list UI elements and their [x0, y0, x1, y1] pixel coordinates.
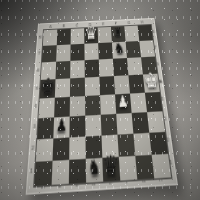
square-f1[interactable]	[119, 156, 137, 181]
square-d6[interactable]	[85, 59, 100, 77]
square-c2[interactable]	[69, 137, 86, 160]
square-e6[interactable]	[99, 59, 114, 77]
square-b5[interactable]	[55, 78, 70, 97]
square-d5[interactable]	[85, 77, 100, 96]
white-pawn-f4[interactable]: ♟	[117, 93, 129, 109]
square-a2[interactable]	[36, 138, 54, 161]
black-rook-f8[interactable]: ♜	[113, 26, 123, 38]
square-f7[interactable]: ♞	[112, 42, 127, 59]
square-h4[interactable]	[145, 92, 162, 112]
square-d1[interactable]: ♞	[86, 158, 103, 183]
rank-labels-left-4: 4	[34, 104, 37, 109]
rank-labels-left-6: 6	[37, 68, 40, 73]
black-queen-e1[interactable]: ♛	[102, 152, 120, 180]
square-d3[interactable]	[85, 115, 101, 137]
rank-labels-left-5: 5	[35, 86, 38, 91]
rank-labels-left-1: 1	[30, 168, 33, 175]
square-a7[interactable]	[42, 45, 57, 62]
square-h5[interactable]: ♚	[143, 74, 160, 93]
square-e3[interactable]	[101, 114, 118, 136]
square-a8[interactable]	[43, 30, 57, 46]
square-a4[interactable]	[38, 98, 54, 119]
black-pawn-b3[interactable]: ♟	[56, 116, 68, 133]
square-b3[interactable]: ♟	[53, 117, 69, 139]
square-e5[interactable]	[99, 76, 115, 95]
square-b1[interactable]	[52, 160, 70, 185]
square-e8[interactable]	[98, 27, 112, 43]
square-a5[interactable]: ♚	[40, 79, 56, 98]
square-d4[interactable]	[85, 95, 101, 115]
square-c3[interactable]	[69, 116, 85, 138]
square-c8[interactable]	[71, 28, 85, 44]
square-h8[interactable]	[138, 25, 153, 41]
square-a1[interactable]	[34, 161, 52, 186]
square-b7[interactable]	[56, 44, 70, 61]
rank-labels-left-3: 3	[33, 124, 36, 130]
square-b6[interactable]	[55, 61, 70, 79]
square-a3[interactable]	[37, 117, 54, 139]
white-king-h5[interactable]: ♚	[142, 70, 159, 91]
square-b8[interactable]	[57, 29, 71, 45]
rank-labels-left-7: 7	[38, 52, 41, 57]
black-knight-d1[interactable]: ♞	[88, 156, 102, 177]
square-h1[interactable]	[152, 154, 171, 179]
chess-board: ABCDEFGH ABCDEFGH 87654321 87654321 ⊕ CH…	[26, 18, 178, 195]
square-e7[interactable]	[98, 42, 113, 59]
square-h7[interactable]	[139, 40, 155, 57]
square-e1[interactable]: ♛	[102, 157, 120, 182]
board-grid: ♛♜♞♚♚♟♟♞♛	[33, 24, 172, 188]
square-f6[interactable]	[113, 58, 129, 76]
square-c5[interactable]	[70, 78, 85, 97]
square-b2[interactable]	[53, 137, 70, 160]
square-c7[interactable]	[70, 44, 84, 61]
square-c4[interactable]	[70, 96, 86, 117]
square-h3[interactable]	[147, 111, 165, 133]
square-f3[interactable]	[116, 113, 133, 135]
rank-labels-left-8: 8	[39, 36, 42, 40]
black-king-a5[interactable]: ♚	[40, 76, 56, 98]
square-d8[interactable]: ♛	[84, 28, 98, 44]
rank-labels-left-2: 2	[31, 145, 34, 151]
square-e4[interactable]	[100, 94, 116, 114]
square-f2[interactable]	[117, 134, 135, 157]
square-h2[interactable]	[149, 132, 168, 155]
square-c1[interactable]	[69, 159, 86, 184]
square-d7[interactable]	[84, 43, 98, 60]
photo-scene: ABCDEFGH ABCDEFGH 87654321 87654321 ⊕ CH…	[0, 0, 200, 200]
square-f4[interactable]: ♟	[115, 94, 132, 114]
square-c6[interactable]	[70, 60, 85, 78]
black-knight-f7[interactable]: ♞	[113, 41, 125, 56]
white-queen-d8[interactable]: ♛	[84, 25, 98, 43]
